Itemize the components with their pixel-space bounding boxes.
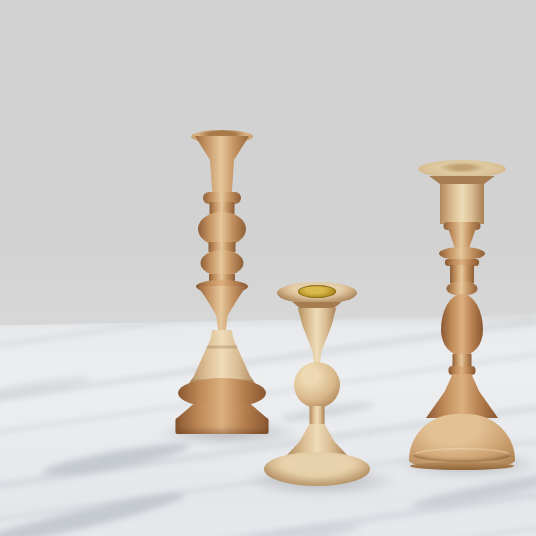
left-knop-large [198,212,246,246]
center-neck-column [297,308,337,364]
right-step-ring [444,222,481,230]
center-brass-insert [298,285,336,298]
right-pear-baluster [441,294,483,356]
left-bun-ring [178,378,266,408]
left-cup-flare [192,136,252,196]
right-base-step [413,448,511,462]
candlestick-right [404,152,520,470]
right-candle-cup [440,184,484,224]
left-goblet-body [196,286,248,332]
center-ball-knop [294,362,340,408]
right-lower-collar [449,366,476,375]
right-dish-top [418,160,506,178]
center-stem [310,406,325,426]
right-base-trumpet [426,374,498,418]
left-plinth-bevel [176,404,268,419]
candlestick-left [167,126,277,438]
right-neck-taper [445,229,479,249]
left-knop-small [201,250,244,276]
center-foot-disc [264,452,370,486]
photo-scene [0,0,536,536]
candlestick-center [262,278,372,490]
left-plinth-base [176,418,269,434]
right-base-rim [410,462,514,470]
